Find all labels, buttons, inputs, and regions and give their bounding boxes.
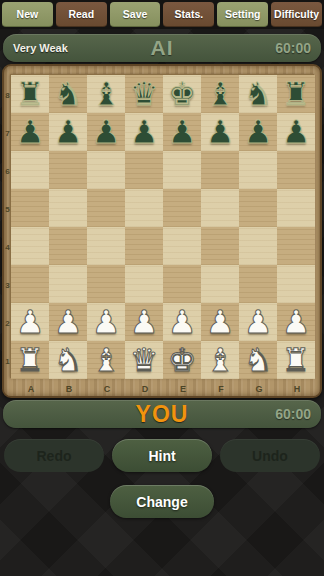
piece-white-pawn[interactable]: ♟ bbox=[54, 303, 83, 341]
piece-black-pawn[interactable]: ♟ bbox=[206, 113, 235, 151]
square-a6[interactable] bbox=[11, 151, 49, 189]
rank-label-5: 5 bbox=[4, 190, 11, 228]
piece-white-pawn[interactable]: ♟ bbox=[130, 303, 159, 341]
rank-label-1: 1 bbox=[4, 342, 11, 380]
square-c7[interactable]: ♟ bbox=[87, 113, 125, 151]
square-d2[interactable]: ♟ bbox=[125, 303, 163, 341]
file-label-d: D bbox=[126, 384, 164, 394]
piece-black-king[interactable]: ♚ bbox=[168, 75, 197, 113]
square-d5[interactable] bbox=[125, 189, 163, 227]
square-b1[interactable]: ♞ bbox=[49, 341, 87, 379]
piece-white-pawn[interactable]: ♟ bbox=[244, 303, 273, 341]
square-b7[interactable]: ♟ bbox=[49, 113, 87, 151]
file-labels: ABCDEFGH bbox=[12, 384, 316, 394]
square-b5[interactable] bbox=[49, 189, 87, 227]
square-g7[interactable]: ♟ bbox=[239, 113, 277, 151]
square-a1[interactable]: ♜ bbox=[11, 341, 49, 379]
square-b2[interactable]: ♟ bbox=[49, 303, 87, 341]
square-e2[interactable]: ♟ bbox=[163, 303, 201, 341]
file-label-h: H bbox=[278, 384, 316, 394]
file-label-c: C bbox=[88, 384, 126, 394]
square-f2[interactable]: ♟ bbox=[201, 303, 239, 341]
piece-white-rook[interactable]: ♜ bbox=[16, 341, 45, 379]
rank-label-8: 8 bbox=[4, 76, 11, 114]
square-h3[interactable] bbox=[277, 265, 315, 303]
piece-white-pawn[interactable]: ♟ bbox=[206, 303, 235, 341]
square-c5[interactable] bbox=[87, 189, 125, 227]
square-a2[interactable]: ♟ bbox=[11, 303, 49, 341]
piece-black-rook[interactable]: ♜ bbox=[16, 75, 45, 113]
square-g3[interactable] bbox=[239, 265, 277, 303]
square-f5[interactable] bbox=[201, 189, 239, 227]
square-f3[interactable] bbox=[201, 265, 239, 303]
square-h5[interactable] bbox=[277, 189, 315, 227]
square-c3[interactable] bbox=[87, 265, 125, 303]
square-a5[interactable] bbox=[11, 189, 49, 227]
piece-white-knight[interactable]: ♞ bbox=[54, 341, 83, 379]
square-e6[interactable] bbox=[163, 151, 201, 189]
square-f1[interactable]: ♝ bbox=[201, 341, 239, 379]
square-h4[interactable] bbox=[277, 227, 315, 265]
square-f7[interactable]: ♟ bbox=[201, 113, 239, 151]
piece-white-pawn[interactable]: ♟ bbox=[16, 303, 45, 341]
file-label-e: E bbox=[164, 384, 202, 394]
square-b8[interactable]: ♞ bbox=[49, 75, 87, 113]
square-a3[interactable] bbox=[11, 265, 49, 303]
square-e7[interactable]: ♟ bbox=[163, 113, 201, 151]
square-g2[interactable]: ♟ bbox=[239, 303, 277, 341]
square-b3[interactable] bbox=[49, 265, 87, 303]
rank-label-2: 2 bbox=[4, 304, 11, 342]
piece-black-knight[interactable]: ♞ bbox=[54, 75, 83, 113]
hint-button[interactable]: Hint bbox=[112, 439, 212, 472]
piece-white-knight[interactable]: ♞ bbox=[244, 341, 273, 379]
piece-black-queen[interactable]: ♛ bbox=[130, 75, 159, 113]
square-c2[interactable]: ♟ bbox=[87, 303, 125, 341]
piece-black-pawn[interactable]: ♟ bbox=[168, 113, 197, 151]
move-controls: Redo Hint Undo bbox=[0, 430, 324, 472]
square-d1[interactable]: ♛ bbox=[125, 341, 163, 379]
rank-label-6: 6 bbox=[4, 152, 11, 190]
chess-board-frame: ♜♞♝♛♚♝♞♜♟♟♟♟♟♟♟♟♟♟♟♟♟♟♟♟♜♞♝♛♚♝♞♜ 8765432… bbox=[2, 64, 322, 398]
rank-label-4: 4 bbox=[4, 228, 11, 266]
square-d8[interactable]: ♛ bbox=[125, 75, 163, 113]
piece-black-bishop[interactable]: ♝ bbox=[92, 75, 121, 113]
you-clock: 60:00 bbox=[275, 406, 311, 422]
square-c1[interactable]: ♝ bbox=[87, 341, 125, 379]
change-button[interactable]: Change bbox=[110, 485, 214, 518]
chess-board[interactable]: ♜♞♝♛♚♝♞♜♟♟♟♟♟♟♟♟♟♟♟♟♟♟♟♟♜♞♝♛♚♝♞♜ bbox=[10, 74, 314, 378]
square-d6[interactable] bbox=[125, 151, 163, 189]
square-g1[interactable]: ♞ bbox=[239, 341, 277, 379]
square-c6[interactable] bbox=[87, 151, 125, 189]
read-button[interactable]: Read bbox=[56, 2, 107, 27]
piece-white-pawn[interactable]: ♟ bbox=[92, 303, 121, 341]
piece-white-queen[interactable]: ♛ bbox=[130, 341, 159, 379]
piece-black-pawn[interactable]: ♟ bbox=[92, 113, 121, 151]
piece-black-pawn[interactable]: ♟ bbox=[16, 113, 45, 151]
square-e5[interactable] bbox=[163, 189, 201, 227]
square-f4[interactable] bbox=[201, 227, 239, 265]
square-e8[interactable]: ♚ bbox=[163, 75, 201, 113]
piece-black-pawn[interactable]: ♟ bbox=[244, 113, 273, 151]
undo-button[interactable]: Undo bbox=[220, 439, 320, 472]
square-e3[interactable] bbox=[163, 265, 201, 303]
you-player-name: YOU bbox=[3, 401, 321, 428]
square-b6[interactable] bbox=[49, 151, 87, 189]
file-label-g: G bbox=[240, 384, 278, 394]
rank-label-7: 7 bbox=[4, 114, 11, 152]
square-d3[interactable] bbox=[125, 265, 163, 303]
ai-player-bar: Very Weak AI 60:00 bbox=[3, 34, 321, 62]
square-f8[interactable]: ♝ bbox=[201, 75, 239, 113]
save-button[interactable]: Save bbox=[110, 2, 161, 27]
file-label-a: A bbox=[12, 384, 50, 394]
you-player-bar: YOU 60:00 bbox=[3, 400, 321, 428]
square-f6[interactable] bbox=[201, 151, 239, 189]
square-b4[interactable] bbox=[49, 227, 87, 265]
square-g4[interactable] bbox=[239, 227, 277, 265]
square-g8[interactable]: ♞ bbox=[239, 75, 277, 113]
rank-label-3: 3 bbox=[4, 266, 11, 304]
redo-button[interactable]: Redo bbox=[4, 439, 104, 472]
piece-white-king[interactable]: ♚ bbox=[168, 341, 197, 379]
square-g6[interactable] bbox=[239, 151, 277, 189]
change-row: Change bbox=[0, 485, 324, 518]
square-e4[interactable] bbox=[163, 227, 201, 265]
ai-clock: 60:00 bbox=[275, 40, 311, 56]
piece-white-bishop[interactable]: ♝ bbox=[92, 341, 121, 379]
rank-labels: 87654321 bbox=[4, 76, 11, 380]
new-button[interactable]: New bbox=[2, 2, 53, 27]
square-h8[interactable]: ♜ bbox=[277, 75, 315, 113]
square-h7[interactable]: ♟ bbox=[277, 113, 315, 151]
square-c8[interactable]: ♝ bbox=[87, 75, 125, 113]
square-d7[interactable]: ♟ bbox=[125, 113, 163, 151]
piece-white-pawn[interactable]: ♟ bbox=[168, 303, 197, 341]
square-a8[interactable]: ♜ bbox=[11, 75, 49, 113]
square-d4[interactable] bbox=[125, 227, 163, 265]
piece-black-bishop[interactable]: ♝ bbox=[206, 75, 235, 113]
piece-white-rook[interactable]: ♜ bbox=[282, 341, 311, 379]
piece-black-pawn[interactable]: ♟ bbox=[54, 113, 83, 151]
piece-white-pawn[interactable]: ♟ bbox=[282, 303, 311, 341]
piece-black-pawn[interactable]: ♟ bbox=[282, 113, 311, 151]
square-h2[interactable]: ♟ bbox=[277, 303, 315, 341]
square-a4[interactable] bbox=[11, 227, 49, 265]
top-toolbar: New Read Save Stats. Setting Difficulty bbox=[0, 0, 324, 29]
piece-black-pawn[interactable]: ♟ bbox=[130, 113, 159, 151]
stats-button[interactable]: Stats. bbox=[163, 2, 214, 27]
file-label-f: F bbox=[202, 384, 240, 394]
square-a7[interactable]: ♟ bbox=[11, 113, 49, 151]
piece-black-rook[interactable]: ♜ bbox=[282, 75, 311, 113]
square-e1[interactable]: ♚ bbox=[163, 341, 201, 379]
square-c4[interactable] bbox=[87, 227, 125, 265]
square-h6[interactable] bbox=[277, 151, 315, 189]
difficulty-label: Very Weak bbox=[13, 42, 68, 54]
square-g5[interactable] bbox=[239, 189, 277, 227]
difficulty-button[interactable]: Difficulty bbox=[271, 2, 322, 27]
piece-black-knight[interactable]: ♞ bbox=[244, 75, 273, 113]
piece-white-bishop[interactable]: ♝ bbox=[206, 341, 235, 379]
square-h1[interactable]: ♜ bbox=[277, 341, 315, 379]
file-label-b: B bbox=[50, 384, 88, 394]
setting-button[interactable]: Setting bbox=[217, 2, 268, 27]
